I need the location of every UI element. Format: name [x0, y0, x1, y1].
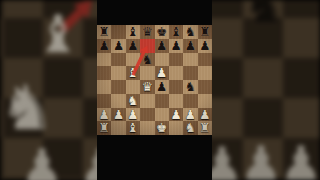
square-c3: ♞ — [126, 94, 140, 108]
wood-grain — [169, 53, 183, 67]
square-g5 — [183, 66, 197, 80]
wood-grain — [126, 53, 140, 67]
square-c4 — [126, 80, 140, 94]
square-a7: ♟ — [97, 39, 111, 53]
square-c8: ♝ — [126, 25, 140, 39]
wood-grain — [198, 39, 212, 53]
wood-grain — [198, 66, 212, 80]
background-piece-black-knight: ♞ — [243, 0, 284, 29]
square-d4: ♛ — [140, 80, 154, 94]
square-a6 — [97, 53, 111, 67]
square-h4 — [198, 80, 212, 94]
video-letterbox-column: ♜♞♚♝♜♟♟♟♟♟♟♞♞♟♛♟♝♞♟♟♟♟♟♟♟♜♞♝♚♛♝♜ — [97, 0, 212, 180]
square-f1 — [169, 121, 183, 135]
wood-grain — [155, 94, 169, 108]
wood-grain — [198, 80, 212, 94]
square-d2 — [140, 108, 154, 122]
square-f7: ♟ — [169, 39, 183, 53]
square-a8: ♜ — [97, 25, 111, 39]
square-b4 — [111, 80, 125, 94]
square-e5: ♟ — [155, 66, 169, 80]
square-b2: ♟ — [111, 108, 125, 122]
wood-grain — [140, 53, 154, 67]
wood-grain — [140, 121, 154, 135]
square-b3 — [111, 94, 125, 108]
square-e4: ♟ — [155, 80, 169, 94]
wood-grain — [97, 39, 111, 53]
wood-grain — [111, 80, 125, 94]
square-f6 — [169, 53, 183, 67]
wood-grain — [183, 66, 197, 80]
wood-grain — [97, 66, 111, 80]
wood-grain — [140, 66, 154, 80]
square-g3 — [183, 94, 197, 108]
square-b7: ♟ — [111, 39, 125, 53]
square-h7: ♟ — [198, 39, 212, 53]
square-d1 — [140, 121, 154, 135]
wood-grain — [126, 94, 140, 108]
background-piece-white-pawn: ♟ — [279, 139, 320, 180]
square-a4 — [97, 80, 111, 94]
square-c2: ♟ — [126, 108, 140, 122]
square-f5 — [169, 66, 183, 80]
background-piece-white-pawn: ♟ — [239, 139, 282, 180]
wood-grain — [140, 25, 154, 39]
wood-grain — [97, 121, 111, 135]
wood-grain — [97, 94, 111, 108]
wood-grain — [126, 25, 140, 39]
wood-grain — [111, 121, 125, 135]
wood-grain — [169, 94, 183, 108]
wood-grain — [126, 39, 140, 53]
wood-grain — [169, 39, 183, 53]
wood-grain — [97, 108, 111, 122]
wood-grain — [169, 80, 183, 94]
wood-grain — [97, 25, 111, 39]
wood-grain — [140, 39, 154, 53]
wood-grain — [111, 66, 125, 80]
square-g4: ♞ — [183, 80, 197, 94]
wood-grain — [169, 66, 183, 80]
wood-grain — [155, 53, 169, 67]
square-g1: ♞ — [183, 121, 197, 135]
chess-board: ♜♞♚♝♜♟♟♟♟♟♟♞♞♟♛♟♝♞♟♟♟♟♟♟♟♜♞♝♚♛♝♜ — [97, 25, 212, 135]
wood-grain — [169, 121, 183, 135]
square-e1: ♚ — [155, 121, 169, 135]
square-b6 — [111, 53, 125, 67]
square-f4 — [169, 80, 183, 94]
wood-grain — [183, 25, 197, 39]
square-b1 — [111, 121, 125, 135]
square-e2 — [155, 108, 169, 122]
wood-grain — [97, 80, 111, 94]
square-g6 — [183, 53, 197, 67]
wood-grain — [140, 94, 154, 108]
wood-grain — [183, 80, 197, 94]
square-h1: ♜ — [198, 121, 212, 135]
square-f3 — [169, 94, 183, 108]
wood-grain — [155, 39, 169, 53]
wood-grain — [198, 94, 212, 108]
square-h8: ♜ — [198, 25, 212, 39]
square-b5 — [111, 66, 125, 80]
wood-grain — [155, 80, 169, 94]
square-g8: ♞ — [183, 25, 197, 39]
square-a2: ♟ — [97, 108, 111, 122]
square-d6: ♞ — [140, 53, 154, 67]
video-frame[interactable]: ♝♞♟♟♟♟♟♞ ♜♞♚♝♜♟♟♟♟♟♟♞♞♟♛♟♝♞♟♟♟♟♟♟♟♜♞♝♚♛♝… — [0, 0, 320, 180]
wood-grain — [126, 108, 140, 122]
wood-grain — [111, 25, 125, 39]
wood-grain — [183, 94, 197, 108]
wood-grain — [111, 94, 125, 108]
square-d5 — [140, 66, 154, 80]
square-h2: ♟ — [198, 108, 212, 122]
background-piece-white-pawn: ♟ — [20, 142, 63, 180]
square-a5 — [97, 66, 111, 80]
wood-grain — [155, 25, 169, 39]
wood-grain — [111, 108, 125, 122]
wood-grain — [169, 108, 183, 122]
square-a1: ♜ — [97, 121, 111, 135]
wood-grain — [198, 25, 212, 39]
square-e7: ♟ — [155, 39, 169, 53]
wood-grain — [140, 80, 154, 94]
square-d3 — [140, 94, 154, 108]
square-e6 — [155, 53, 169, 67]
square-g7: ♟ — [183, 39, 197, 53]
square-c1: ♝ — [126, 121, 140, 135]
wood-grain — [183, 39, 197, 53]
square-h5 — [198, 66, 212, 80]
square-e8: ♚ — [155, 25, 169, 39]
square-h3 — [198, 94, 212, 108]
square-b8 — [111, 25, 125, 39]
wood-grain — [198, 121, 212, 135]
square-c6 — [126, 53, 140, 67]
wood-grain — [183, 108, 197, 122]
wood-grain — [155, 121, 169, 135]
wood-grain — [140, 108, 154, 122]
wood-grain — [183, 53, 197, 67]
square-a3 — [97, 94, 111, 108]
wood-grain — [126, 66, 140, 80]
square-d7 — [140, 39, 154, 53]
wood-grain — [183, 121, 197, 135]
square-c7: ♟ — [126, 39, 140, 53]
background-piece-white-knight: ♞ — [0, 77, 55, 139]
wood-grain — [155, 66, 169, 80]
square-c5: ♝ — [126, 66, 140, 80]
wood-grain — [97, 53, 111, 67]
wood-grain — [169, 25, 183, 39]
square-d8: ♛ — [140, 25, 154, 39]
square-e3 — [155, 94, 169, 108]
wood-grain — [111, 39, 125, 53]
wood-grain — [155, 108, 169, 122]
wood-grain — [126, 80, 140, 94]
wood-grain — [126, 121, 140, 135]
square-g2: ♟ — [183, 108, 197, 122]
wood-grain — [198, 53, 212, 67]
square-f2: ♟ — [169, 108, 183, 122]
wood-grain — [111, 53, 125, 67]
square-h6 — [198, 53, 212, 67]
wood-grain — [198, 108, 212, 122]
background-piece-white-bishop: ♝ — [35, 8, 82, 60]
square-f8: ♝ — [169, 25, 183, 39]
